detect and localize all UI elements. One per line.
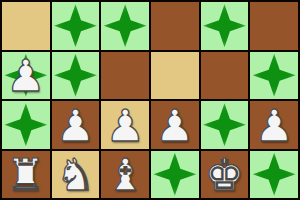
white-pawn[interactable]: ♟ xyxy=(6,54,45,98)
white-pawn[interactable]: ♟ xyxy=(105,104,144,148)
legal-move-highlight-icon xyxy=(3,102,49,148)
square-a2[interactable] xyxy=(2,101,50,149)
legal-move-highlight-icon xyxy=(251,52,297,98)
square-b2[interactable]: ♟ xyxy=(52,101,100,149)
legal-move-highlight-icon xyxy=(152,151,198,197)
square-e1[interactable]: ♚ xyxy=(201,151,249,199)
legal-move-highlight-icon xyxy=(102,3,148,49)
square-f1[interactable] xyxy=(250,151,298,199)
square-d1[interactable] xyxy=(151,151,199,199)
square-e3[interactable] xyxy=(201,52,249,100)
white-rook[interactable]: ♜ xyxy=(6,153,45,197)
square-e2[interactable] xyxy=(201,101,249,149)
square-d4[interactable] xyxy=(151,2,199,50)
white-pawn[interactable]: ♟ xyxy=(56,104,95,148)
square-a4[interactable] xyxy=(2,2,50,50)
square-b4[interactable] xyxy=(52,2,100,50)
square-e4[interactable] xyxy=(201,2,249,50)
square-a1[interactable]: ♜ xyxy=(2,151,50,199)
square-d2[interactable]: ♟ xyxy=(151,101,199,149)
legal-move-highlight-icon xyxy=(202,3,248,49)
square-c1[interactable]: ♝ xyxy=(101,151,149,199)
white-pawn[interactable]: ♟ xyxy=(254,104,293,148)
square-d3[interactable] xyxy=(151,52,199,100)
square-a3[interactable]: ♟ xyxy=(2,52,50,100)
chess-board: ♟ ♟ ♟ ♟ ♟ ♜ ♞ ♝ ♚ xyxy=(0,0,300,200)
square-f3[interactable] xyxy=(250,52,298,100)
legal-move-highlight-icon xyxy=(53,52,99,98)
square-b1[interactable]: ♞ xyxy=(52,151,100,199)
legal-move-highlight-icon xyxy=(202,102,248,148)
white-king[interactable]: ♚ xyxy=(205,153,244,197)
white-bishop[interactable]: ♝ xyxy=(105,153,144,197)
square-f2[interactable]: ♟ xyxy=(250,101,298,149)
square-c4[interactable] xyxy=(101,2,149,50)
square-c2[interactable]: ♟ xyxy=(101,101,149,149)
square-f4[interactable] xyxy=(250,2,298,50)
legal-move-highlight-icon xyxy=(251,151,297,197)
white-knight[interactable]: ♞ xyxy=(56,153,95,197)
square-b3[interactable] xyxy=(52,52,100,100)
square-c3[interactable] xyxy=(101,52,149,100)
legal-move-highlight-icon xyxy=(53,3,99,49)
white-pawn[interactable]: ♟ xyxy=(155,104,194,148)
